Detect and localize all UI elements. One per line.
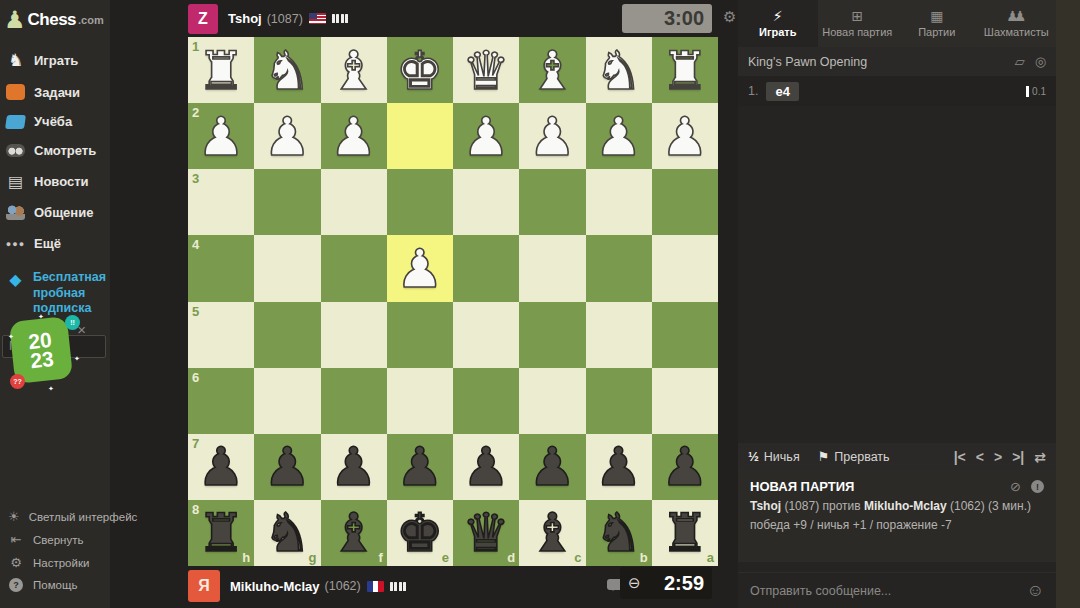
- square-h6[interactable]: 6: [188, 368, 254, 434]
- white-pawn[interactable]: ♟: [396, 242, 444, 295]
- rank-label: 8: [192, 502, 199, 517]
- flag-icon: ⚑: [818, 449, 830, 464]
- square-c4[interactable]: [519, 235, 585, 301]
- file-label: b: [640, 550, 648, 565]
- move-nav: |<<>>|⇄: [954, 450, 1046, 464]
- square-c2[interactable]: ♟: [519, 103, 585, 169]
- square-c8[interactable]: ♝c: [519, 500, 585, 566]
- white-pawn[interactable]: ♟: [661, 110, 709, 163]
- footer-item-label: Светлый интерфейс: [29, 511, 138, 523]
- black-king[interactable]: ♚: [396, 506, 444, 559]
- black-bishop[interactable]: ♝: [529, 506, 577, 559]
- square-h7[interactable]: ♟7: [188, 434, 254, 500]
- game-controls: ½ Ничья ⚑ Прервать |<<>>|⇄: [738, 443, 1056, 470]
- fr-flag-icon: [367, 581, 384, 592]
- footer-item-help[interactable]: ?Помощь: [0, 574, 110, 596]
- white-pawn[interactable]: ♟: [197, 110, 245, 163]
- white-pawn[interactable]: ♟: [462, 110, 510, 163]
- sparkle-icon: ✦: [74, 355, 80, 363]
- watch-icon: [6, 144, 25, 157]
- play-tab-icon: ⚡: [773, 9, 783, 23]
- player-bar: Я Mikluho-Mclay (1062) ⊖ 2:59: [188, 566, 733, 606]
- abort-button[interactable]: ⚑ Прервать: [818, 449, 890, 464]
- next-move-button[interactable]: >: [994, 450, 1002, 464]
- window-edge: [1056, 0, 1080, 608]
- new-game-title: НОВАЯ ПАРТИЯ: [750, 479, 1010, 494]
- draw-button[interactable]: ½ Ничья: [748, 449, 800, 464]
- play-icon: ♞: [6, 51, 25, 70]
- square-a4[interactable]: [652, 235, 718, 301]
- white-pawn[interactable]: ♟: [330, 110, 378, 163]
- square-e4[interactable]: ♟: [387, 235, 453, 301]
- footer-item-collapse[interactable]: ⇤Свернуть: [0, 528, 110, 551]
- settings-icon: ⚙: [8, 555, 24, 570]
- chesscom-app: ♟ Chess .com ♞ИгратьЗадачиУчёбаСмотреть▤…: [0, 0, 1080, 608]
- square-d4[interactable]: [453, 235, 519, 301]
- players-tab-icon: ♟♟: [1006, 9, 1026, 23]
- white-knight[interactable]: ♞: [595, 44, 643, 97]
- file-label: d: [507, 550, 515, 565]
- square-g4[interactable]: [254, 235, 320, 301]
- square-e2[interactable]: [387, 103, 453, 169]
- collapse-icon: ⇤: [8, 532, 24, 547]
- rank-label: 5: [192, 304, 199, 319]
- black-pawn[interactable]: ♟: [197, 440, 245, 493]
- timer-icon: ⊖: [628, 574, 641, 592]
- square-h8[interactable]: ♜8h: [188, 500, 254, 566]
- square-g1[interactable]: ♞: [254, 37, 320, 103]
- tab-new-game[interactable]: ⊞Новая партия: [818, 0, 898, 47]
- emoji-icon[interactable]: ☺: [1027, 581, 1044, 601]
- sidebar-item-label: Играть: [34, 53, 78, 68]
- opponent-bar: Z Tshoj (1087) 3:00 ⚙: [188, 0, 733, 37]
- flip-board-button[interactable]: ⇄: [1034, 450, 1046, 464]
- pawn-logo-icon: ♟: [4, 8, 26, 32]
- sidebar-item-label: Учёба: [34, 114, 72, 129]
- square-b1[interactable]: ♞: [586, 37, 652, 103]
- black-queen[interactable]: ♛: [462, 506, 510, 559]
- sidebar-footer: ☀Светлый интерфейс⇤Свернуть⚙Настройки?По…: [0, 505, 110, 596]
- rank-label: 3: [192, 171, 199, 186]
- opponent-rating: (1087): [267, 12, 303, 26]
- tab-games[interactable]: ▦Партии: [897, 0, 977, 47]
- sidebar-item-more[interactable]: ●●●Ещё: [0, 227, 110, 260]
- white-king[interactable]: ♚: [396, 44, 444, 97]
- sidebar-item-social[interactable]: Общение: [0, 198, 110, 227]
- promo-2023: 20 23 !! ?? × ✦ ✦ ✦ ✦: [8, 315, 88, 393]
- tab-label: Партии: [918, 26, 955, 38]
- square-g8[interactable]: ♞g: [254, 500, 320, 566]
- sidebar-item-label: Новости: [34, 174, 89, 189]
- player-name[interactable]: Mikluho-Mclay: [230, 579, 320, 594]
- move-e4[interactable]: e4: [766, 82, 798, 101]
- first-move-button[interactable]: |<: [954, 450, 966, 464]
- matchup-line: Tshoj (1087) против Mikluho-Mclay (1062)…: [750, 499, 1044, 513]
- black-pawn[interactable]: ♟: [264, 440, 312, 493]
- file-label: f: [378, 550, 382, 565]
- footer-item-light-ui[interactable]: ☀Светлый интерфейс: [0, 505, 110, 528]
- square-a3[interactable]: [652, 169, 718, 235]
- square-b7[interactable]: ♟: [586, 434, 652, 500]
- square-f8[interactable]: ♝f: [321, 500, 387, 566]
- square-d1[interactable]: ♛: [453, 37, 519, 103]
- white-bishop[interactable]: ♝: [529, 44, 577, 97]
- player-clock: ⊖ 2:59: [620, 567, 712, 599]
- square-b2[interactable]: ♟: [586, 103, 652, 169]
- news-icon: ▤: [6, 172, 25, 191]
- eval-indicator: 0.1: [1026, 86, 1046, 97]
- square-e6[interactable]: [387, 368, 453, 434]
- puzzles-icon: [6, 84, 25, 100]
- square-a7[interactable]: ♟: [652, 434, 718, 500]
- footer-item-label: Помощь: [33, 579, 77, 591]
- sparkle-icon: ✦: [48, 385, 54, 393]
- square-d2[interactable]: ♟: [453, 103, 519, 169]
- block-user-icon[interactable]: ⊘: [1010, 479, 1021, 494]
- square-c6[interactable]: [519, 368, 585, 434]
- game-panel: ⚡Играть⊞Новая партия▦Партии♟♟Шахматисты …: [738, 0, 1056, 608]
- black-knight[interactable]: ♞: [264, 506, 312, 559]
- black-rook[interactable]: ♜: [197, 506, 245, 559]
- square-d6[interactable]: [453, 368, 519, 434]
- square-h4[interactable]: 4: [188, 235, 254, 301]
- square-a8[interactable]: ♜a: [652, 500, 718, 566]
- square-c1[interactable]: ♝: [519, 37, 585, 103]
- square-d7[interactable]: ♟: [453, 434, 519, 500]
- square-c3[interactable]: [519, 169, 585, 235]
- square-g2[interactable]: ♟: [254, 103, 320, 169]
- square-g7[interactable]: ♟: [254, 434, 320, 500]
- prev-move-button[interactable]: <: [976, 450, 984, 464]
- footer-item-label: Настройки: [33, 557, 89, 569]
- stakes-line: победа +9 / ничья +1 / поражение -7: [750, 518, 1044, 532]
- white-rook[interactable]: ♜: [661, 44, 709, 97]
- sidebar-menu: ♞ИгратьЗадачиУчёбаСмотреть▤НовостиОбщени…: [0, 44, 110, 260]
- square-c5[interactable]: [519, 302, 585, 368]
- help-icon: ?: [8, 578, 24, 592]
- opening-name[interactable]: King's Pawn Opening: [748, 55, 1015, 69]
- square-b6[interactable]: [586, 368, 652, 434]
- file-label: e: [442, 550, 449, 565]
- sidebar-item-watch[interactable]: Смотреть: [0, 136, 110, 165]
- black-knight[interactable]: ♞: [595, 506, 643, 559]
- games-tab-icon: ▦: [930, 9, 943, 23]
- move-number: 1.: [748, 84, 758, 98]
- square-a1[interactable]: ♜: [652, 37, 718, 103]
- file-label: g: [309, 550, 317, 565]
- white-pawn[interactable]: ♟: [264, 110, 312, 163]
- tab-players[interactable]: ♟♟Шахматисты: [977, 0, 1057, 47]
- new-game-tab-icon: ⊞: [851, 9, 863, 23]
- sidebar: ♟ Chess .com ♞ИгратьЗадачиУчёбаСмотреть▤…: [0, 0, 110, 608]
- square-d3[interactable]: [453, 169, 519, 235]
- square-d5[interactable]: [453, 302, 519, 368]
- black-rook[interactable]: ♜: [661, 506, 709, 559]
- logo-text: Chess: [28, 10, 77, 30]
- square-f3[interactable]: [321, 169, 387, 235]
- square-f6[interactable]: [321, 368, 387, 434]
- square-b8[interactable]: ♞b: [586, 500, 652, 566]
- learn-icon: [5, 115, 26, 129]
- chess-board: ♜1♞♝♚♛♝♞♜♟2♟♟♟♟♟♟34♟56♟7♟♟♟♟♟♟♟♜8h♞g♝f♚e…: [188, 37, 718, 566]
- white-pawn[interactable]: ♟: [595, 110, 643, 163]
- chat-input[interactable]: [750, 584, 1027, 598]
- footer-item-label: Свернуть: [33, 534, 83, 546]
- square-e7[interactable]: ♟: [387, 434, 453, 500]
- square-g5[interactable]: [254, 302, 320, 368]
- sidebar-item-label: Задачи: [34, 85, 80, 100]
- square-a2[interactable]: ♟: [652, 103, 718, 169]
- square-e3[interactable]: [387, 169, 453, 235]
- white-rook[interactable]: ♜: [197, 44, 245, 97]
- sidebar-item-news[interactable]: ▤Новости: [0, 165, 110, 198]
- black-pawn[interactable]: ♟: [330, 440, 378, 493]
- new-game-info: НОВАЯ ПАРТИЯ ⊘ ! Tshoj (1087) против Mik…: [738, 470, 1056, 562]
- more-icon: ●●●: [6, 234, 25, 253]
- square-f7[interactable]: ♟: [321, 434, 387, 500]
- square-d8[interactable]: ♛d: [453, 500, 519, 566]
- square-a5[interactable]: [652, 302, 718, 368]
- opponent-name[interactable]: Tshoj: [228, 11, 262, 26]
- tab-label: Шахматисты: [984, 26, 1049, 38]
- white-knight[interactable]: ♞: [264, 44, 312, 97]
- promo-question-badge: ??: [10, 374, 25, 389]
- sidebar-item-puzzles[interactable]: Задачи: [0, 77, 110, 107]
- opening-row: King's Pawn Opening ▱ ◎: [738, 47, 1056, 76]
- explorer-icon[interactable]: ◎: [1035, 54, 1046, 69]
- last-move-button[interactable]: >|: [1012, 450, 1024, 464]
- file-label: a: [707, 550, 714, 565]
- square-f5[interactable]: [321, 302, 387, 368]
- square-g6[interactable]: [254, 368, 320, 434]
- black-pawn[interactable]: ♟: [661, 440, 709, 493]
- eval-bar-icon: [1026, 86, 1029, 97]
- square-b4[interactable]: [586, 235, 652, 301]
- sparkle-icon: ✦: [38, 313, 44, 321]
- gear-icon[interactable]: ⚙: [723, 8, 736, 26]
- black-pawn[interactable]: ♟: [396, 440, 444, 493]
- square-f1[interactable]: ♝: [321, 37, 387, 103]
- opening-book-icon[interactable]: ▱: [1015, 54, 1025, 69]
- file-label: h: [242, 550, 250, 565]
- square-a6[interactable]: [652, 368, 718, 434]
- black-pawn[interactable]: ♟: [462, 440, 510, 493]
- info-icon[interactable]: !: [1031, 480, 1044, 493]
- social-icon: [6, 205, 25, 220]
- rank-label: 2: [192, 105, 199, 120]
- sidebar-item-label: Общение: [34, 205, 93, 220]
- file-label: c: [574, 550, 581, 565]
- sidebar-item-label: Смотреть: [34, 143, 96, 158]
- square-h5[interactable]: 5: [188, 302, 254, 368]
- white-bishop[interactable]: ♝: [330, 44, 378, 97]
- rank-label: 1: [192, 39, 199, 54]
- black-bishop[interactable]: ♝: [330, 506, 378, 559]
- promo-close-icon[interactable]: ×: [77, 321, 86, 338]
- tab-play[interactable]: ⚡Играть: [738, 0, 818, 47]
- square-c7[interactable]: ♟: [519, 434, 585, 500]
- opponent-avatar[interactable]: Z: [188, 4, 218, 34]
- half-icon: ½: [748, 449, 759, 464]
- move-list: 1. e4 0.1: [738, 76, 1056, 106]
- black-pawn[interactable]: ♟: [529, 440, 577, 493]
- sidebar-item-label: Ещё: [34, 236, 61, 251]
- square-b5[interactable]: [586, 302, 652, 368]
- tab-label: Новая партия: [822, 26, 892, 38]
- white-queen[interactable]: ♛: [462, 44, 510, 97]
- diamond-icon: ◆: [6, 270, 25, 289]
- player-avatar[interactable]: Я: [188, 570, 220, 602]
- square-e8[interactable]: ♚e: [387, 500, 453, 566]
- connection-signal-icon: [332, 14, 349, 23]
- square-h2[interactable]: ♟2: [188, 103, 254, 169]
- white-pawn[interactable]: ♟: [529, 110, 577, 163]
- chat-bar: ☺: [738, 572, 1056, 608]
- panel-tabs: ⚡Играть⊞Новая партия▦Партии♟♟Шахматисты: [738, 0, 1056, 47]
- opponent-clock: 3:00: [622, 4, 712, 33]
- us-flag-icon: [309, 13, 326, 24]
- rank-label: 6: [192, 370, 199, 385]
- footer-item-settings[interactable]: ⚙Настройки: [0, 551, 110, 574]
- square-h1[interactable]: ♜1: [188, 37, 254, 103]
- square-f2[interactable]: ♟: [321, 103, 387, 169]
- sparkle-icon: ✦: [8, 333, 14, 341]
- sidebar-item-learn[interactable]: Учёба: [0, 107, 110, 136]
- sidebar-item-play[interactable]: ♞Играть: [0, 44, 110, 77]
- chesscom-logo[interactable]: ♟ Chess .com: [0, 0, 110, 38]
- square-f4[interactable]: [321, 235, 387, 301]
- connection-signal-icon: [390, 582, 407, 591]
- black-pawn[interactable]: ♟: [595, 440, 643, 493]
- player-rating: (1062): [325, 579, 361, 593]
- tab-label: Играть: [759, 26, 796, 38]
- rank-label: 7: [192, 436, 199, 451]
- square-h3[interactable]: 3: [188, 169, 254, 235]
- light-ui-icon: ☀: [8, 509, 20, 524]
- square-e1[interactable]: ♚: [387, 37, 453, 103]
- rank-label: 4: [192, 237, 199, 252]
- square-e5[interactable]: [387, 302, 453, 368]
- square-g3[interactable]: [254, 169, 320, 235]
- square-b3[interactable]: [586, 169, 652, 235]
